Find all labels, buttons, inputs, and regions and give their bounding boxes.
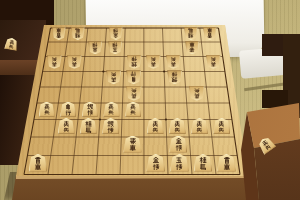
shogi-piece-pawn-5e[interactable] [126, 86, 142, 101]
shogi-piece-rook-5h[interactable] [123, 136, 141, 153]
shogi-piece-gold-7b[interactable] [88, 41, 102, 54]
shogi-piece-pawn-2e[interactable] [189, 86, 205, 101]
shogi-piece-lance-1i[interactable] [217, 154, 236, 172]
shogi-piece-king-6b[interactable] [108, 41, 122, 54]
shogi-piece-gold-4i[interactable] [146, 154, 165, 172]
shogi-game-photo [0, 0, 300, 200]
shogi-piece-gold-6a[interactable] [109, 27, 123, 40]
shogi-piece-pawn-4c[interactable] [146, 55, 161, 69]
captured-piece-pawn[interactable] [4, 37, 18, 51]
shogi-piece-knight-2a[interactable] [184, 27, 198, 40]
shogi-piece-pawn-8c[interactable] [67, 55, 82, 69]
shogi-piece-pawn-9c[interactable] [47, 55, 62, 69]
shogi-piece-silver-5c[interactable] [127, 55, 142, 69]
shogi-piece-pawn-6d[interactable] [106, 70, 121, 84]
shogi-piece-gold-3h[interactable] [169, 136, 187, 153]
shogi-piece-lance-9i[interactable] [29, 154, 48, 172]
shogi-piece-lance-9a[interactable] [52, 27, 66, 40]
shogi-piece-pawn-8g[interactable] [58, 118, 75, 134]
shogi-piece-lance-1a[interactable] [203, 27, 217, 40]
shogi-piece-pawn-3c[interactable] [166, 55, 181, 69]
shogi-piece-pawn-1c[interactable] [206, 55, 221, 69]
shogi-piece-king-3i[interactable] [170, 154, 189, 172]
shogi-piece-pawn-4g[interactable] [147, 118, 164, 134]
shogi-piece-pawn-1g[interactable] [213, 118, 230, 134]
shogi-piece-pawn-5f[interactable] [125, 102, 141, 117]
shogi-piece-silver-7f[interactable] [82, 102, 98, 117]
shogi-piece-bishop-5d[interactable] [126, 70, 141, 84]
shogi-piece-pawn-3g[interactable] [169, 118, 186, 134]
captured-piece-pawn[interactable] [256, 135, 276, 155]
shogi-piece-pawn-2g[interactable] [191, 118, 208, 134]
shogi-piece-knight-8a[interactable] [71, 27, 85, 40]
shogi-piece-knight-7g[interactable] [80, 118, 97, 134]
shogi-piece-silver-6g[interactable] [102, 118, 119, 134]
shogi-piece-pawn-9f[interactable] [39, 102, 55, 117]
shogi-piece-silver-3d[interactable] [167, 70, 182, 84]
shogi-piece-pawn-6f[interactable] [103, 102, 119, 117]
shogi-piece-knight-2i[interactable] [194, 154, 213, 172]
pieces-layer [0, 0, 300, 200]
shogi-piece-rook-2b[interactable] [185, 41, 199, 54]
shogi-piece-bishop-8f[interactable] [60, 102, 76, 117]
